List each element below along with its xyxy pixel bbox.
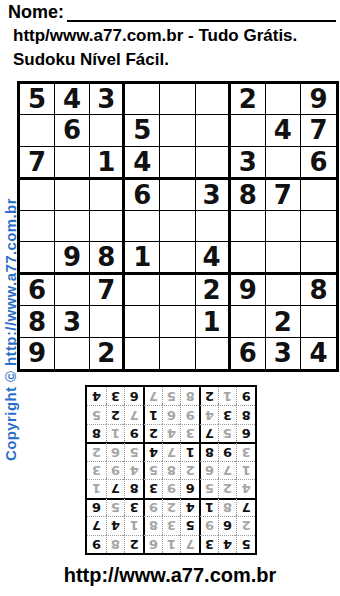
cell-r9c6[interactable] [196,338,231,369]
solution-cell-r1c4: 7 [180,535,199,553]
cell-r2c8: 4 [266,115,301,146]
cell-r7c4[interactable] [125,275,160,306]
solution-cell-r2c3: 9 [199,516,218,534]
cell-r6c3: 8 [90,242,125,275]
solution-cell-r1c7: 2 [124,535,143,553]
cell-r7c6: 2 [196,275,231,306]
cell-r3c3: 1 [90,147,125,180]
cell-r3c9: 6 [301,147,336,180]
cell-r4c7: 8 [231,180,266,211]
solution-cell-r1c8: 8 [106,535,125,553]
solution-cell-r4c2: 2 [218,479,237,497]
cell-r3c5[interactable] [160,147,195,180]
sudoku-print-page: Nome: http/www.a77.com.br - Tudo Grátis.… [0,0,340,596]
cell-r5c9[interactable] [301,211,336,242]
cell-r3c1: 7 [20,147,55,180]
name-blank-line[interactable] [67,6,336,22]
cell-r5c3[interactable] [90,211,125,242]
solution-cell-r8c3: 4 [199,405,218,423]
solution-cell-r2c9: 7 [87,516,106,534]
name-label: Nome: [8,2,64,23]
solution-cell-r7c3: 7 [199,424,218,442]
cell-r2c7[interactable] [231,115,266,146]
cell-r6c1[interactable] [20,242,55,275]
cell-r2c4: 5 [125,115,160,146]
solution-cell-r3c4: 4 [180,498,199,516]
solution-cell-r4c9: 1 [87,479,106,497]
solution-grid-upside-down: 5437162892695381477814293564256938711762… [85,385,257,555]
solution-cell-r7c5: 4 [162,424,181,442]
solution-cell-r6c6: 4 [143,442,162,460]
sudoku-grid: 543296547714366387981467298831292634 [17,81,339,372]
solution-cell-r7c8: 1 [106,424,125,442]
cell-r7c8[interactable] [266,275,301,306]
solution-cell-r8c5: 6 [162,405,181,423]
solution-cell-r4c1: 4 [236,479,255,497]
solution-cell-r7c9: 8 [87,424,106,442]
solution-cell-r9c6: 7 [143,387,162,405]
solution-cell-r5c1: 1 [236,461,255,479]
solution-cell-r6c5: 7 [162,442,181,460]
cell-r9c5[interactable] [160,338,195,369]
cell-r2c1[interactable] [20,115,55,146]
cell-r6c8[interactable] [266,242,301,275]
solution-cell-r8c7: 7 [124,405,143,423]
solution-cell-r6c8: 6 [106,442,125,460]
cell-r5c8[interactable] [266,211,301,242]
cell-r3c8[interactable] [266,147,301,180]
cell-r5c2[interactable] [55,211,90,242]
solution-cell-r6c4: 1 [180,442,199,460]
solution-cell-r4c5: 9 [162,479,181,497]
cell-r5c6[interactable] [196,211,231,242]
solution-cell-r7c1: 6 [236,424,255,442]
cell-r2c5[interactable] [160,115,195,146]
cell-r5c5[interactable] [160,211,195,242]
cell-r7c5[interactable] [160,275,195,306]
solution-cell-r9c3: 2 [199,387,218,405]
solution-cell-r7c4: 3 [180,424,199,442]
solution-cell-r4c6: 3 [143,479,162,497]
cell-r8c2: 3 [55,306,90,337]
cell-r9c7: 6 [231,338,266,369]
solution-cell-r3c5: 2 [162,498,181,516]
name-row: Nome: [8,2,336,23]
cell-r8c1: 8 [20,306,55,337]
cell-r5c1[interactable] [20,211,55,242]
cell-r4c6: 3 [196,180,231,211]
cell-r9c8: 3 [266,338,301,369]
cell-r1c3: 3 [90,84,125,115]
solution-cell-r3c7: 3 [124,498,143,516]
cell-r1c4[interactable] [125,84,160,115]
cell-r9c2[interactable] [55,338,90,369]
solution-cell-r9c4: 8 [180,387,199,405]
cell-r2c9: 7 [301,115,336,146]
cell-r8c6: 1 [196,306,231,337]
solution-cell-r2c5: 3 [162,516,181,534]
cell-r1c8[interactable] [266,84,301,115]
cell-r4c9[interactable] [301,180,336,211]
cell-r7c9: 8 [301,275,336,306]
solution-cell-r3c6: 9 [143,498,162,516]
solution-cell-r4c4: 6 [180,479,199,497]
cell-r6c5[interactable] [160,242,195,275]
solution-cell-r8c8: 2 [106,405,125,423]
cell-r3c7: 3 [231,147,266,180]
solution-cell-r1c6: 6 [143,535,162,553]
cell-r1c2: 4 [55,84,90,115]
cell-r5c4[interactable] [125,211,160,242]
solution-cell-r1c1: 5 [236,535,255,553]
cell-r8c3[interactable] [90,306,125,337]
solution-cell-r3c2: 8 [218,498,237,516]
solution-cell-r7c6: 2 [143,424,162,442]
cell-r4c4: 6 [125,180,160,211]
solution-cell-r6c1: 3 [236,442,255,460]
cell-r1c6[interactable] [196,84,231,115]
cell-r3c4: 4 [125,147,160,180]
cell-r6c2: 9 [55,242,90,275]
solution-cell-r1c2: 4 [218,535,237,553]
solution-cell-r2c1: 2 [236,516,255,534]
solution-cell-r5c5: 8 [162,461,181,479]
cell-r9c1: 9 [20,338,55,369]
cell-r8c8: 2 [266,306,301,337]
cell-r5c7[interactable] [231,211,266,242]
solution-cell-r5c9: 3 [87,461,106,479]
solution-cell-r5c2: 7 [218,461,237,479]
site-url-heading: http/www.a77.com.br - Tudo Grátis. [13,26,297,46]
solution-cell-r1c3: 3 [199,535,218,553]
solution-cell-r9c9: 4 [87,387,106,405]
solution-cell-r2c7: 1 [124,516,143,534]
cell-r6c7[interactable] [231,242,266,275]
cell-r4c5[interactable] [160,180,195,211]
solution-cell-r5c4: 2 [180,461,199,479]
cell-r4c8: 7 [266,180,301,211]
solution-cell-r5c8: 9 [106,461,125,479]
solution-cell-r2c2: 6 [218,516,237,534]
cell-r6c6: 4 [196,242,231,275]
cell-r8c7[interactable] [231,306,266,337]
solution-cell-r3c1: 7 [236,498,255,516]
cell-r7c2[interactable] [55,275,90,306]
difficulty-heading: Sudoku Nível Fácil. [13,50,169,70]
cell-r2c6[interactable] [196,115,231,146]
cell-r4c3[interactable] [90,180,125,211]
solution-cell-r2c6: 8 [143,516,162,534]
cell-r1c5[interactable] [160,84,195,115]
footer-url: http://www.a77.com.br [0,564,340,587]
solution-cell-r2c8: 4 [106,516,125,534]
cell-r6c4: 1 [125,242,160,275]
solution-cell-r8c2: 3 [218,405,237,423]
cell-r9c9: 4 [301,338,336,369]
solution-cell-r7c7: 9 [124,424,143,442]
solution-cell-r8c1: 8 [236,405,255,423]
solution-cell-r9c1: 9 [236,387,255,405]
solution-cell-r4c8: 7 [106,479,125,497]
cell-r8c9[interactable] [301,306,336,337]
solution-cell-r9c2: 1 [218,387,237,405]
cell-r9c4[interactable] [125,338,160,369]
cell-r3c6[interactable] [196,147,231,180]
solution-cell-r5c6: 5 [143,461,162,479]
solution-cell-r6c3: 8 [199,442,218,460]
solution-cell-r6c9: 2 [87,442,106,460]
cell-r8c4[interactable] [125,306,160,337]
cell-r6c9[interactable] [301,242,336,275]
solution-cell-r2c4: 5 [180,516,199,534]
solution-cell-r4c3: 5 [199,479,218,497]
solution-cell-r3c3: 1 [199,498,218,516]
cell-r7c3: 7 [90,275,125,306]
cell-r3c2[interactable] [55,147,90,180]
solution-cell-r9c8: 3 [106,387,125,405]
solution-cell-r7c2: 5 [218,424,237,442]
solution-cell-r1c5: 1 [162,535,181,553]
solution-cell-r8c9: 5 [87,405,106,423]
cell-r4c1[interactable] [20,180,55,211]
cell-r1c1: 5 [20,84,55,115]
cell-r7c7: 9 [231,275,266,306]
cell-r8c5[interactable] [160,306,195,337]
cell-r4c2[interactable] [55,180,90,211]
solution-cell-r1c9: 9 [87,535,106,553]
cell-r7c1: 6 [20,275,55,306]
solution-cell-r8c4: 9 [180,405,199,423]
solution-cell-r5c3: 6 [199,461,218,479]
solution-cell-r9c7: 6 [124,387,143,405]
cell-r9c3: 2 [90,338,125,369]
solution-cell-r8c6: 1 [143,405,162,423]
cell-r1c9: 9 [301,84,336,115]
solution-cell-r9c5: 5 [162,387,181,405]
cell-r1c7: 2 [231,84,266,115]
solution-cell-r5c7: 4 [124,461,143,479]
solution-cell-r6c2: 9 [218,442,237,460]
solution-cell-r6c7: 5 [124,442,143,460]
cell-r2c2: 6 [55,115,90,146]
solution-cell-r3c9: 6 [87,498,106,516]
solution-cell-r3c8: 5 [106,498,125,516]
solution-cell-r4c7: 8 [124,479,143,497]
cell-r2c3[interactable] [90,115,125,146]
